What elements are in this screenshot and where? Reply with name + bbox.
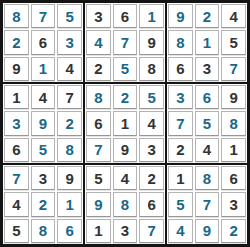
cell-r2c6[interactable]: 9 <box>139 30 164 54</box>
sudoku-box-r2c1: 147392658 <box>2 83 84 164</box>
cell-r6c1[interactable]: 6 <box>4 138 29 162</box>
cell-r4c5[interactable]: 2 <box>113 85 138 109</box>
cell-r4c3[interactable]: 7 <box>57 85 82 109</box>
cell-r5c4[interactable]: 6 <box>86 111 111 135</box>
cell-r2c8[interactable]: 1 <box>195 30 220 54</box>
cell-r5c3[interactable]: 2 <box>57 111 82 135</box>
cell-r3c9[interactable]: 7 <box>221 57 246 81</box>
cell-r8c8[interactable]: 7 <box>195 192 220 216</box>
cell-r1c8[interactable]: 2 <box>195 4 220 28</box>
sudoku-box-r2c3: 369758241 <box>166 83 248 164</box>
cell-r1c5[interactable]: 6 <box>113 4 138 28</box>
sudoku-box-r2c2: 825614793 <box>84 83 166 164</box>
sudoku-box-r3c1: 739421586 <box>2 164 84 245</box>
cell-r4c7[interactable]: 3 <box>168 85 193 109</box>
cell-r9c1[interactable]: 5 <box>4 219 29 243</box>
cell-r4c8[interactable]: 6 <box>195 85 220 109</box>
cell-r2c9[interactable]: 5 <box>221 30 246 54</box>
cell-r4c1[interactable]: 1 <box>4 85 29 109</box>
cell-r3c4[interactable]: 2 <box>86 57 111 81</box>
cell-r3c3[interactable]: 4 <box>57 57 82 81</box>
cell-r9c6[interactable]: 7 <box>139 219 164 243</box>
cell-r1c7[interactable]: 9 <box>168 4 193 28</box>
cell-r6c6[interactable]: 3 <box>139 138 164 162</box>
cell-r9c5[interactable]: 3 <box>113 219 138 243</box>
cell-r7c3[interactable]: 9 <box>57 166 82 190</box>
cell-r7c2[interactable]: 3 <box>31 166 56 190</box>
cell-r6c9[interactable]: 1 <box>221 138 246 162</box>
cell-r8c7[interactable]: 5 <box>168 192 193 216</box>
cell-r9c8[interactable]: 9 <box>195 219 220 243</box>
cell-r7c8[interactable]: 8 <box>195 166 220 190</box>
cell-r6c3[interactable]: 8 <box>57 138 82 162</box>
cell-r3c8[interactable]: 3 <box>195 57 220 81</box>
cell-r3c6[interactable]: 8 <box>139 57 164 81</box>
cell-r5c5[interactable]: 1 <box>113 111 138 135</box>
cell-r8c6[interactable]: 6 <box>139 192 164 216</box>
cell-r6c4[interactable]: 7 <box>86 138 111 162</box>
cell-r8c1[interactable]: 4 <box>4 192 29 216</box>
sudoku-box-r3c2: 542986137 <box>84 164 166 245</box>
cell-r7c4[interactable]: 5 <box>86 166 111 190</box>
cell-r6c2[interactable]: 5 <box>31 138 56 162</box>
sudoku-box-r1c2: 361479258 <box>84 2 166 83</box>
cell-r4c6[interactable]: 5 <box>139 85 164 109</box>
cell-r4c2[interactable]: 4 <box>31 85 56 109</box>
cell-r8c3[interactable]: 1 <box>57 192 82 216</box>
cell-r5c9[interactable]: 8 <box>221 111 246 135</box>
cell-r3c1[interactable]: 9 <box>4 57 29 81</box>
cell-r7c7[interactable]: 1 <box>168 166 193 190</box>
sudoku-box-r3c3: 186573492 <box>166 164 248 245</box>
cell-r1c4[interactable]: 3 <box>86 4 111 28</box>
cell-r2c7[interactable]: 8 <box>168 30 193 54</box>
cell-r9c3[interactable]: 6 <box>57 219 82 243</box>
cell-r4c4[interactable]: 8 <box>86 85 111 109</box>
cell-r7c9[interactable]: 6 <box>221 166 246 190</box>
cell-r1c3[interactable]: 5 <box>57 4 82 28</box>
cell-r2c1[interactable]: 2 <box>4 30 29 54</box>
cell-r9c7[interactable]: 4 <box>168 219 193 243</box>
cell-r3c5[interactable]: 5 <box>113 57 138 81</box>
cell-r7c5[interactable]: 4 <box>113 166 138 190</box>
cell-r2c4[interactable]: 4 <box>86 30 111 54</box>
cell-r5c8[interactable]: 5 <box>195 111 220 135</box>
cell-r3c2[interactable]: 1 <box>31 57 56 81</box>
cell-r8c9[interactable]: 3 <box>221 192 246 216</box>
cell-r5c6[interactable]: 4 <box>139 111 164 135</box>
cell-r3c7[interactable]: 6 <box>168 57 193 81</box>
sudoku-board: 8752639143614792589248156371473926588256… <box>0 0 250 247</box>
cell-r8c4[interactable]: 9 <box>86 192 111 216</box>
cell-r2c3[interactable]: 3 <box>57 30 82 54</box>
cell-r7c1[interactable]: 7 <box>4 166 29 190</box>
sudoku-box-r1c3: 924815637 <box>166 2 248 83</box>
cell-r8c5[interactable]: 8 <box>113 192 138 216</box>
cell-r9c4[interactable]: 1 <box>86 219 111 243</box>
cell-r2c2[interactable]: 6 <box>31 30 56 54</box>
cell-r8c2[interactable]: 2 <box>31 192 56 216</box>
cell-r1c6[interactable]: 1 <box>139 4 164 28</box>
cell-r1c1[interactable]: 8 <box>4 4 29 28</box>
cell-r6c7[interactable]: 2 <box>168 138 193 162</box>
sudoku-box-r1c1: 875263914 <box>2 2 84 83</box>
cell-r4c9[interactable]: 9 <box>221 85 246 109</box>
cell-r7c6[interactable]: 2 <box>139 166 164 190</box>
cell-r5c1[interactable]: 3 <box>4 111 29 135</box>
cell-r6c5[interactable]: 9 <box>113 138 138 162</box>
cell-r5c2[interactable]: 9 <box>31 111 56 135</box>
cell-r2c5[interactable]: 7 <box>113 30 138 54</box>
cell-r6c8[interactable]: 4 <box>195 138 220 162</box>
cell-r5c7[interactable]: 7 <box>168 111 193 135</box>
cell-r1c2[interactable]: 7 <box>31 4 56 28</box>
cell-r9c2[interactable]: 8 <box>31 219 56 243</box>
cell-r9c9[interactable]: 2 <box>221 219 246 243</box>
cell-r1c9[interactable]: 4 <box>221 4 246 28</box>
